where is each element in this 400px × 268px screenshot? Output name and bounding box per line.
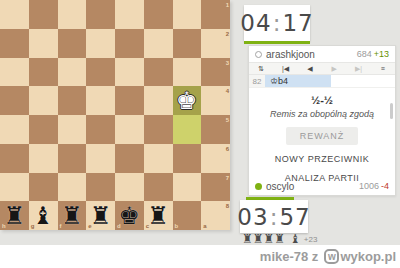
square-a8[interactable]: 8a xyxy=(201,201,230,230)
top-clock-time-bar xyxy=(244,41,310,44)
wykop-logo-icon: w xyxy=(324,249,339,264)
square-e6[interactable] xyxy=(86,144,115,173)
square-h3[interactable] xyxy=(0,58,29,87)
bottom-player-rating: 1006 xyxy=(359,181,379,191)
next-move-icon: ▶ xyxy=(322,63,346,74)
square-b7[interactable] xyxy=(173,173,202,202)
file-label: f xyxy=(60,223,62,229)
square-a4[interactable]: 4 xyxy=(201,86,230,115)
black-rook[interactable]: ♜ xyxy=(147,204,169,228)
square-c2[interactable] xyxy=(144,29,173,58)
file-label: e xyxy=(88,223,91,229)
square-h7[interactable] xyxy=(0,173,29,202)
square-c5[interactable] xyxy=(144,115,173,144)
bottom-clock-seconds: 57 xyxy=(279,204,310,230)
rank-label: 3 xyxy=(226,60,229,66)
square-a3[interactable]: 3 xyxy=(201,58,230,87)
square-e5[interactable] xyxy=(86,115,115,144)
top-clock-minutes: 04 xyxy=(240,10,271,36)
watermark-site: wykop.pl xyxy=(340,249,396,264)
square-f7[interactable] xyxy=(58,173,87,202)
square-f2[interactable] xyxy=(58,29,87,58)
square-d6[interactable] xyxy=(115,144,144,173)
square-a5[interactable]: 5 xyxy=(201,115,230,144)
square-f5[interactable] xyxy=(58,115,87,144)
rank-label: 1 xyxy=(226,2,229,8)
square-g2[interactable] xyxy=(29,29,58,58)
square-b1[interactable] xyxy=(173,0,202,29)
top-player-rating: 684 xyxy=(357,49,372,59)
bottom-player-clock: 03:57 xyxy=(240,200,308,233)
replay-toolbar: ⇅|◀◀▶▶|≡ xyxy=(249,62,395,75)
square-c7[interactable] xyxy=(144,173,173,202)
captured-black-rook: ♜ xyxy=(253,233,264,245)
square-a2[interactable]: 2 xyxy=(201,29,230,58)
rank-label: 2 xyxy=(226,31,229,37)
rank-label: 7 xyxy=(226,175,229,181)
game-result-reason: Remis za obopólną zgodą xyxy=(249,109,395,119)
rematch-button[interactable]: REWANŻ xyxy=(286,127,359,145)
square-e7[interactable] xyxy=(86,173,115,202)
square-c8[interactable]: c♜ xyxy=(144,201,173,230)
move-list-scrollbar[interactable] xyxy=(390,103,393,119)
watermark-strip: mike-78 z w wykop.pl xyxy=(0,245,400,268)
rank-label: 8 xyxy=(226,203,229,209)
square-d8[interactable]: d♚ xyxy=(115,201,144,230)
black-rook[interactable]: ♜ xyxy=(61,204,83,228)
clock-colon: : xyxy=(269,204,280,230)
black-bishop[interactable]: ♝ xyxy=(32,204,54,228)
square-g8[interactable]: g♝ xyxy=(29,201,58,230)
menu-icon[interactable]: ≡ xyxy=(371,63,395,74)
square-f1[interactable] xyxy=(58,0,87,29)
square-d3[interactable] xyxy=(115,58,144,87)
file-label: h xyxy=(2,223,6,229)
square-b3[interactable] xyxy=(173,58,202,87)
square-b4[interactable]: ♚ xyxy=(173,86,202,115)
square-h8[interactable]: h♜ xyxy=(0,201,29,230)
square-h1[interactable] xyxy=(0,0,29,29)
square-b5[interactable] xyxy=(173,115,202,144)
square-h6[interactable] xyxy=(0,144,29,173)
square-d2[interactable] xyxy=(115,29,144,58)
offline-status-icon xyxy=(255,51,262,58)
square-g7[interactable] xyxy=(29,173,58,202)
captured-black-rook: ♜ xyxy=(242,233,253,245)
square-d7[interactable] xyxy=(115,173,144,202)
clock-colon: : xyxy=(272,10,283,36)
square-b6[interactable] xyxy=(173,144,202,173)
square-d1[interactable] xyxy=(115,0,144,29)
flip-board-icon[interactable]: ⇅ xyxy=(249,63,273,74)
first-move-icon[interactable]: |◀ xyxy=(273,63,297,74)
square-e1[interactable] xyxy=(86,0,115,29)
square-b8[interactable]: b xyxy=(173,201,202,230)
move-list: 82 ♔b4 xyxy=(249,75,395,88)
top-player-clock: 04:17 xyxy=(244,5,310,41)
square-d5[interactable] xyxy=(115,115,144,144)
square-h5[interactable] xyxy=(0,115,29,144)
top-player-rating-diff: +13 xyxy=(374,49,389,59)
square-g6[interactable] xyxy=(29,144,58,173)
rank-label: 4 xyxy=(226,88,229,94)
square-e3[interactable] xyxy=(86,58,115,87)
file-label: a xyxy=(203,223,206,229)
file-label: c xyxy=(146,223,149,229)
square-f3[interactable] xyxy=(58,58,87,87)
top-player-row: arashkjoon 684 +13 xyxy=(249,46,395,62)
white-king[interactable]: ♚ xyxy=(176,89,198,113)
square-a1[interactable]: 1 xyxy=(201,0,230,29)
bottom-player-row: oscylo 1006 -4 xyxy=(249,178,395,194)
bottom-clock-minutes: 03 xyxy=(237,204,268,230)
square-d4[interactable] xyxy=(115,86,144,115)
captured-black-rook: ♜ xyxy=(264,233,275,245)
square-e4[interactable] xyxy=(86,86,115,115)
captured-pieces-tray: ♜♜♜♜♝+23 xyxy=(242,233,317,245)
black-king[interactable]: ♚ xyxy=(119,204,141,228)
chess-board: 123♚4567h♜g♝f♜e♜d♚c♜b8a xyxy=(0,0,230,230)
square-g4[interactable] xyxy=(29,86,58,115)
file-label: g xyxy=(31,223,35,229)
square-g1[interactable] xyxy=(29,0,58,29)
square-c3[interactable] xyxy=(144,58,173,87)
square-g3[interactable] xyxy=(29,58,58,87)
black-rook[interactable]: ♜ xyxy=(4,204,26,228)
bottom-player-name[interactable]: oscylo xyxy=(266,181,359,192)
file-label: d xyxy=(117,223,121,229)
watermark-author: mike-78 z xyxy=(260,249,319,264)
square-c1[interactable] xyxy=(144,0,173,29)
square-a7[interactable]: 7 xyxy=(201,173,230,202)
game-side-panel: arashkjoon 684 +13 ⇅|◀◀▶▶|≡ 82 ♔b4 ½-½ R… xyxy=(248,45,396,196)
captured-black-bishop: ♝ xyxy=(290,233,301,245)
top-player-name[interactable]: arashkjoon xyxy=(266,49,357,60)
square-b2[interactable] xyxy=(173,29,202,58)
bottom-player-rating-diff: -4 xyxy=(381,181,389,191)
square-f6[interactable] xyxy=(58,144,87,173)
new-opponent-button[interactable]: NOWY PRZECIWNIK xyxy=(249,154,395,164)
current-move[interactable]: ♔b4 xyxy=(265,75,331,87)
material-advantage: +23 xyxy=(304,235,318,244)
square-c4[interactable] xyxy=(144,86,173,115)
online-status-icon xyxy=(255,183,262,190)
previous-move-icon[interactable]: ◀ xyxy=(298,63,322,74)
file-label: b xyxy=(175,223,179,229)
game-screen: 123♚4567h♜g♝f♜e♜d♚c♜b8a 04:17 arashkjoon… xyxy=(0,0,400,268)
game-result-score: ½-½ xyxy=(249,94,395,106)
square-h4[interactable] xyxy=(0,86,29,115)
square-c6[interactable] xyxy=(144,144,173,173)
move-number: 82 xyxy=(249,75,265,87)
square-e8[interactable]: e♜ xyxy=(86,201,115,230)
last-move-icon: ▶| xyxy=(346,63,370,74)
square-f8[interactable]: f♜ xyxy=(58,201,87,230)
square-g5[interactable] xyxy=(29,115,58,144)
captured-black-rook: ♜ xyxy=(274,233,285,245)
top-clock-seconds: 17 xyxy=(282,10,313,36)
square-f4[interactable] xyxy=(58,86,87,115)
square-h2[interactable] xyxy=(0,29,29,58)
square-e2[interactable] xyxy=(86,29,115,58)
black-rook[interactable]: ♜ xyxy=(90,204,112,228)
square-a6[interactable]: 6 xyxy=(201,144,230,173)
watermark: mike-78 z w wykop.pl xyxy=(260,249,396,264)
rank-label: 5 xyxy=(226,117,229,123)
rank-label: 6 xyxy=(226,146,229,152)
